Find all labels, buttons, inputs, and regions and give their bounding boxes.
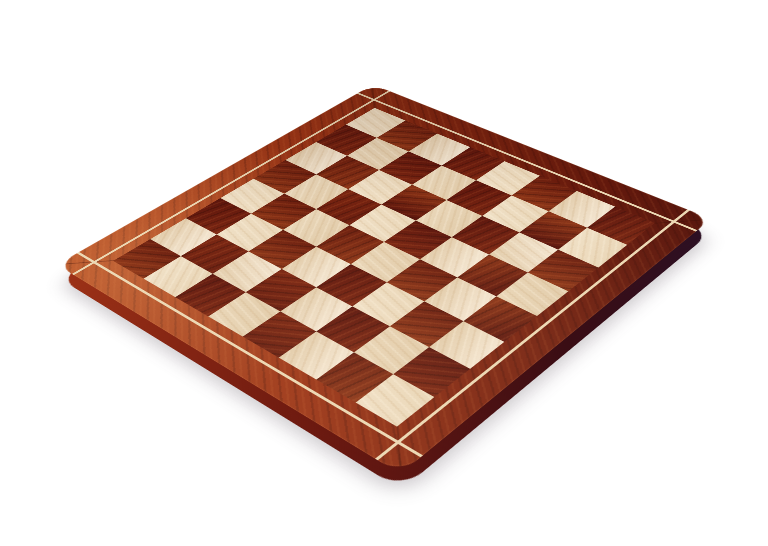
miter-seam-bottom-left [57,260,115,265]
miter-seam-top-right [653,219,711,224]
miter-seam-bottom-right [397,425,402,474]
chess-board-grid [113,108,655,427]
chess-board [57,85,712,475]
scene-background [0,0,768,546]
board-border-frame [57,84,712,474]
miter-seam-top-left [372,84,375,108]
